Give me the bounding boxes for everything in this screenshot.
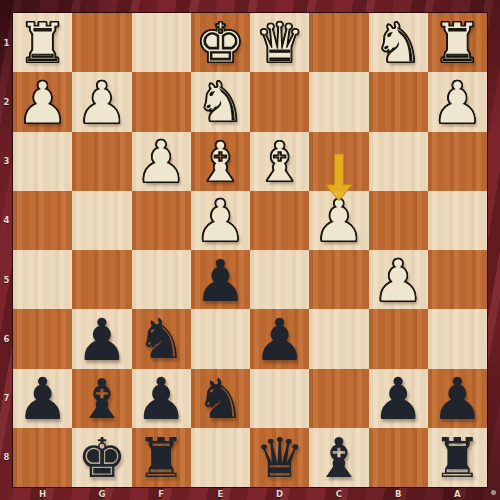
square-f7[interactable]: ♟ bbox=[132, 369, 191, 428]
square-e1[interactable]: ♚ bbox=[191, 13, 250, 72]
file-label-a: A bbox=[454, 489, 461, 499]
square-b1[interactable]: ♞ bbox=[369, 13, 428, 72]
square-g4[interactable] bbox=[72, 191, 131, 250]
square-e5[interactable]: ♟ bbox=[191, 250, 250, 309]
square-d7[interactable] bbox=[250, 369, 309, 428]
square-d3[interactable]: ♝ bbox=[250, 132, 309, 191]
square-b7[interactable]: ♟ bbox=[369, 369, 428, 428]
square-h8[interactable] bbox=[13, 428, 72, 487]
rank-label-7: 7 bbox=[4, 393, 10, 403]
square-c3[interactable] bbox=[309, 132, 368, 191]
black-knight[interactable]: ♞ bbox=[196, 372, 245, 427]
square-g1[interactable] bbox=[72, 13, 131, 72]
square-c4[interactable]: ♟ bbox=[309, 191, 368, 250]
rank-label-5: 5 bbox=[4, 275, 10, 285]
square-e8[interactable] bbox=[191, 428, 250, 487]
square-a1[interactable]: ♜ bbox=[428, 13, 487, 72]
square-g2[interactable]: ♟ bbox=[72, 72, 131, 131]
square-c6[interactable] bbox=[309, 309, 368, 368]
square-h7[interactable]: ♟ bbox=[13, 369, 72, 428]
corner-dot bbox=[491, 490, 496, 495]
square-f5[interactable] bbox=[132, 250, 191, 309]
white-rook[interactable]: ♜ bbox=[18, 16, 67, 71]
file-label-c: C bbox=[336, 489, 342, 499]
rank-label-4: 4 bbox=[4, 215, 10, 225]
file-label-f: F bbox=[158, 489, 164, 499]
black-pawn[interactable]: ♟ bbox=[194, 252, 246, 310]
square-h1[interactable]: ♜ bbox=[13, 13, 72, 72]
square-f6[interactable]: ♞ bbox=[132, 309, 191, 368]
square-h6[interactable] bbox=[13, 309, 72, 368]
rank-label-2: 2 bbox=[4, 97, 10, 107]
black-pawn[interactable]: ♟ bbox=[372, 370, 424, 428]
black-rook[interactable]: ♜ bbox=[136, 431, 185, 486]
rank-label-8: 8 bbox=[4, 452, 10, 462]
square-h2[interactable]: ♟ bbox=[13, 72, 72, 131]
square-a7[interactable]: ♟ bbox=[428, 369, 487, 428]
square-f3[interactable]: ♟ bbox=[132, 132, 191, 191]
square-c7[interactable] bbox=[309, 369, 368, 428]
file-label-e: E bbox=[217, 489, 223, 499]
rank-label-6: 6 bbox=[4, 334, 10, 344]
square-e2[interactable]: ♞ bbox=[191, 72, 250, 131]
square-d1[interactable]: ♛ bbox=[250, 13, 309, 72]
white-bishop[interactable]: ♝ bbox=[255, 135, 304, 190]
file-label-g: G bbox=[98, 489, 105, 499]
square-b2[interactable] bbox=[369, 72, 428, 131]
white-pawn[interactable]: ♟ bbox=[431, 74, 483, 132]
square-c2[interactable] bbox=[309, 72, 368, 131]
black-bishop[interactable]: ♝ bbox=[77, 372, 126, 427]
square-d8[interactable]: ♛ bbox=[250, 428, 309, 487]
square-e4[interactable]: ♟ bbox=[191, 191, 250, 250]
square-a2[interactable]: ♟ bbox=[428, 72, 487, 131]
white-queen[interactable]: ♛ bbox=[255, 16, 304, 71]
black-rook[interactable]: ♜ bbox=[433, 431, 482, 486]
square-f1[interactable] bbox=[132, 13, 191, 72]
square-h4[interactable] bbox=[13, 191, 72, 250]
square-h5[interactable] bbox=[13, 250, 72, 309]
white-pawn[interactable]: ♟ bbox=[135, 133, 187, 191]
white-pawn[interactable]: ♟ bbox=[76, 74, 128, 132]
square-b4[interactable] bbox=[369, 191, 428, 250]
square-f8[interactable]: ♜ bbox=[132, 428, 191, 487]
white-knight[interactable]: ♞ bbox=[196, 75, 245, 130]
square-a6[interactable] bbox=[428, 309, 487, 368]
square-b6[interactable] bbox=[369, 309, 428, 368]
square-f2[interactable] bbox=[132, 72, 191, 131]
rank-label-1: 1 bbox=[4, 38, 10, 48]
square-a8[interactable]: ♜ bbox=[428, 428, 487, 487]
white-king[interactable]: ♚ bbox=[196, 16, 245, 71]
square-g5[interactable] bbox=[72, 250, 131, 309]
square-d2[interactable] bbox=[250, 72, 309, 131]
square-c1[interactable] bbox=[309, 13, 368, 72]
white-knight[interactable]: ♞ bbox=[373, 16, 422, 71]
black-pawn[interactable]: ♟ bbox=[17, 370, 69, 428]
square-d5[interactable] bbox=[250, 250, 309, 309]
square-g6[interactable]: ♟ bbox=[72, 309, 131, 368]
black-bishop[interactable]: ♝ bbox=[314, 431, 363, 486]
white-pawn[interactable]: ♟ bbox=[313, 192, 365, 250]
file-label-h: H bbox=[39, 489, 46, 499]
board-frame: 12345678 HGFEDCBA ♜♚♛♞♜♟♟♞♟♟♝♝♟♟♟♟♟♞♟♟♝♟… bbox=[0, 0, 500, 500]
rank-labels: 12345678 bbox=[0, 13, 13, 487]
square-b8[interactable] bbox=[369, 428, 428, 487]
square-e3[interactable]: ♝ bbox=[191, 132, 250, 191]
square-c8[interactable]: ♝ bbox=[309, 428, 368, 487]
black-pawn[interactable]: ♟ bbox=[135, 370, 187, 428]
chess-board[interactable]: ♜♚♛♞♜♟♟♞♟♟♝♝♟♟♟♟♟♞♟♟♝♟♞♟♟♚♜♛♝♜ bbox=[13, 13, 487, 487]
black-queen[interactable]: ♛ bbox=[255, 431, 304, 486]
square-h3[interactable] bbox=[13, 132, 72, 191]
square-e7[interactable]: ♞ bbox=[191, 369, 250, 428]
square-c5[interactable] bbox=[309, 250, 368, 309]
white-pawn[interactable]: ♟ bbox=[17, 74, 69, 132]
square-b3[interactable] bbox=[369, 132, 428, 191]
black-knight[interactable]: ♞ bbox=[136, 312, 185, 367]
file-label-b: B bbox=[395, 489, 401, 499]
square-b5[interactable]: ♟ bbox=[369, 250, 428, 309]
black-pawn[interactable]: ♟ bbox=[254, 311, 306, 369]
black-pawn[interactable]: ♟ bbox=[76, 311, 128, 369]
square-g8[interactable]: ♚ bbox=[72, 428, 131, 487]
black-pawn[interactable]: ♟ bbox=[431, 370, 483, 428]
white-bishop[interactable]: ♝ bbox=[196, 135, 245, 190]
square-f4[interactable] bbox=[132, 191, 191, 250]
square-g7[interactable]: ♝ bbox=[72, 369, 131, 428]
square-a4[interactable] bbox=[428, 191, 487, 250]
white-pawn[interactable]: ♟ bbox=[194, 192, 246, 250]
square-a5[interactable] bbox=[428, 250, 487, 309]
black-king[interactable]: ♚ bbox=[77, 431, 126, 486]
square-g3[interactable] bbox=[72, 132, 131, 191]
square-d6[interactable]: ♟ bbox=[250, 309, 309, 368]
white-pawn[interactable]: ♟ bbox=[372, 252, 424, 310]
square-e6[interactable] bbox=[191, 309, 250, 368]
white-rook[interactable]: ♜ bbox=[433, 16, 482, 71]
square-d4[interactable] bbox=[250, 191, 309, 250]
rank-label-3: 3 bbox=[4, 156, 10, 166]
square-a3[interactable] bbox=[428, 132, 487, 191]
file-label-d: D bbox=[276, 489, 283, 499]
